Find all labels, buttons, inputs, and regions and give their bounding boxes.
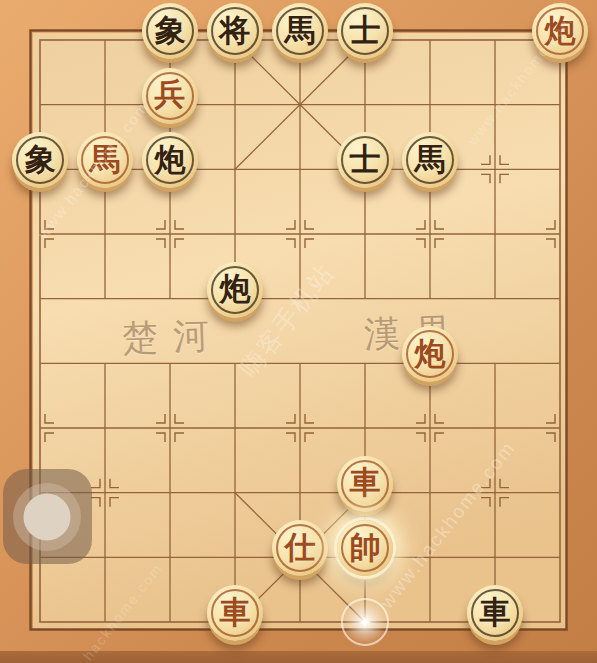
piece-black-elephant[interactable]: 象 xyxy=(142,3,198,59)
piece-red-horse[interactable]: 馬 xyxy=(77,132,133,188)
piece-character: 象 xyxy=(155,15,186,46)
piece-character: 車 xyxy=(220,597,251,628)
move-sparkle-effect: ✦ xyxy=(341,598,389,646)
river-label-left: 楚河 xyxy=(121,311,225,364)
piece-black-elephant[interactable]: 象 xyxy=(12,132,68,188)
piece-character: 炮 xyxy=(545,15,576,46)
piece-character: 炮 xyxy=(155,144,186,175)
piece-black-cannon[interactable]: 炮 xyxy=(142,132,198,188)
piece-red-cannon[interactable]: 炮 xyxy=(402,326,458,382)
piece-character: 車 xyxy=(350,467,381,498)
piece-red-chariot[interactable]: 車 xyxy=(207,585,263,641)
piece-character: 将 xyxy=(220,15,251,46)
piece-black-horse[interactable]: 馬 xyxy=(272,3,328,59)
piece-character: 馬 xyxy=(285,15,316,46)
piece-red-soldier[interactable]: 兵 xyxy=(142,68,198,124)
piece-character: 車 xyxy=(480,597,511,628)
piece-character: 士 xyxy=(350,144,381,175)
piece-black-cannon[interactable]: 炮 xyxy=(207,262,263,318)
piece-black-advisor[interactable]: 士 xyxy=(337,132,393,188)
piece-black-general[interactable]: 将 xyxy=(207,3,263,59)
piece-red-general[interactable]: 帥 xyxy=(337,520,393,576)
piece-character: 馬 xyxy=(415,144,446,175)
piece-character: 帥 xyxy=(350,532,381,563)
xiangqi-game-screen: 楚河 漢界 象将馬士炮兵象馬炮士馬炮炮車仕帥車車✦ www.hackhome.c… xyxy=(0,0,597,663)
piece-character: 仕 xyxy=(285,532,316,563)
assistive-touch-button[interactable] xyxy=(3,469,92,564)
piece-black-horse[interactable]: 馬 xyxy=(402,132,458,188)
piece-red-cannon[interactable]: 炮 xyxy=(532,3,588,59)
pieces-layer: 象将馬士炮兵象馬炮士馬炮炮車仕帥車車✦ xyxy=(0,0,597,663)
piece-character: 炮 xyxy=(220,273,251,304)
piece-black-chariot[interactable]: 車 xyxy=(467,585,523,641)
sparkle-star-icon: ✦ xyxy=(358,613,371,632)
piece-character: 兵 xyxy=(155,79,186,110)
piece-character: 士 xyxy=(350,15,381,46)
piece-red-advisor[interactable]: 仕 xyxy=(272,520,328,576)
piece-character: 馬 xyxy=(90,144,121,175)
piece-red-chariot[interactable]: 車 xyxy=(337,456,393,512)
assistive-touch-core-icon xyxy=(24,494,71,541)
piece-character: 象 xyxy=(25,144,56,175)
piece-character: 炮 xyxy=(415,338,446,369)
piece-black-advisor[interactable]: 士 xyxy=(337,3,393,59)
